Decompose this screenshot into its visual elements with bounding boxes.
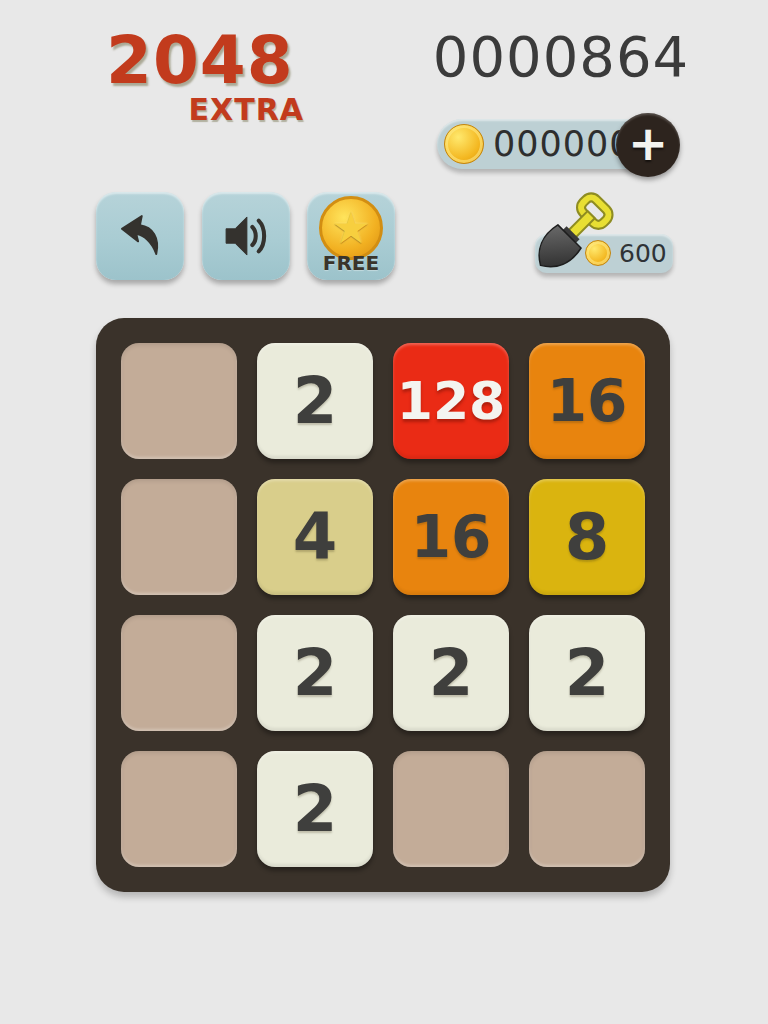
empty-cell (393, 751, 509, 867)
coin-balance-value: 000000 (493, 119, 633, 169)
tile-128: 128 (393, 343, 509, 459)
game-screen: 2048 EXTRA 0000864 000000 + ★ FREE 600 (0, 0, 768, 1024)
tile-4: 4 (257, 479, 373, 595)
empty-cell (121, 479, 237, 595)
tile-16: 16 (393, 479, 509, 595)
speaker-icon (217, 207, 275, 265)
tile-grid: 21281641682222 (96, 318, 670, 892)
game-logo-subtitle: EXTRA (106, 92, 304, 127)
add-coins-button[interactable]: + (616, 113, 680, 177)
shovel-cost-value: 600 (619, 234, 667, 273)
undo-arrow-icon (111, 207, 169, 265)
score-display: 0000864 (418, 24, 704, 89)
tile-2: 2 (393, 615, 509, 731)
game-logo: 2048 (106, 22, 294, 99)
empty-cell (121, 343, 237, 459)
undo-button[interactable] (96, 192, 184, 280)
tile-2: 2 (257, 615, 373, 731)
tile-2: 2 (257, 343, 373, 459)
game-board[interactable]: 21281641682222 (96, 318, 670, 892)
tile-2: 2 (529, 615, 645, 731)
empty-cell (121, 615, 237, 731)
star-icon: ★ (331, 206, 370, 250)
empty-cell (529, 751, 645, 867)
shovel-booster-button[interactable]: 600 (528, 190, 680, 284)
empty-cell (121, 751, 237, 867)
free-coins-label: FREE (307, 251, 395, 275)
tile-8: 8 (529, 479, 645, 595)
coin-icon (444, 124, 484, 164)
shovel-icon (530, 190, 620, 280)
tile-2: 2 (257, 751, 373, 867)
free-coins-button[interactable]: ★ FREE (307, 192, 395, 280)
tile-16: 16 (529, 343, 645, 459)
sound-button[interactable] (202, 192, 290, 280)
